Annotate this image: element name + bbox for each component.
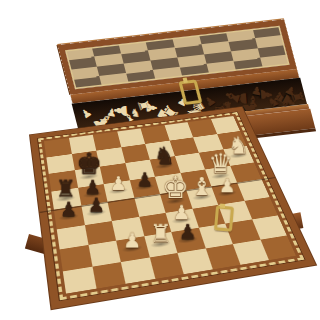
black-pawn-b4: ♟ — [87, 196, 105, 216]
white-pawn-c2: ♟ — [123, 230, 141, 250]
black-pawn-e2: ♟ — [179, 222, 197, 242]
black-pawn-a4: ♟ — [60, 200, 78, 220]
board-scene: ♚♞♞♜♟♟♟♛♟♟♚♝♟♟♟♜♟ — [0, 0, 320, 320]
white-king-e4: ♚ — [162, 173, 189, 203]
white-rook-d2: ♜ — [149, 222, 171, 247]
chess-board: ♚♞♞♜♟♟♟♛♟♟♚♝♟♟♟♜♟ — [30, 107, 316, 309]
chess-set-product-photo: ♟♝♟♞♟♜♟♛♟♝♟♞♟♜♟♞♟♝♟♜♟♛♟♞♟♝♟♜ ♚♞♞♜♟♟♟♛♟♟♚… — [0, 0, 320, 320]
white-bishop-f4: ♝ — [191, 174, 214, 199]
brass-latch-icon — [214, 205, 234, 231]
